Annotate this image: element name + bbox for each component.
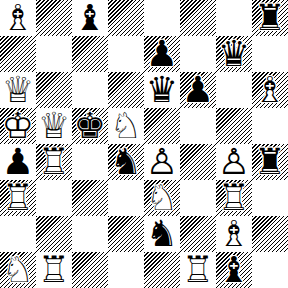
square-g1[interactable]: ♝♝ (216, 252, 252, 288)
piece-black-bishop: ♝♝ (216, 252, 252, 288)
square-a3[interactable]: ♜♖ (0, 180, 36, 216)
piece-black-king: ♚♚ (72, 108, 108, 144)
square-c2[interactable] (72, 216, 108, 252)
square-a8[interactable]: ♝♗ (0, 0, 36, 36)
white-knight-icon: ♘ (0, 252, 36, 288)
piece-black-rook: ♜♜ (252, 144, 288, 180)
black-knight-icon: ♞ (108, 144, 144, 180)
piece-backdrop: ♞ (144, 180, 180, 216)
square-a7[interactable] (0, 36, 36, 72)
piece-backdrop: ♞ (108, 144, 144, 180)
piece-white-knight: ♞♘ (144, 180, 180, 216)
square-f1[interactable]: ♜♖ (180, 252, 216, 288)
piece-backdrop: ♛ (144, 72, 180, 108)
square-c8[interactable]: ♝♝ (72, 0, 108, 36)
piece-white-rook: ♜♖ (180, 252, 216, 288)
piece-white-pawn: ♟♙ (144, 144, 180, 180)
piece-black-rook: ♜♜ (252, 0, 288, 36)
piece-black-knight: ♞♞ (144, 216, 180, 252)
white-rook-icon: ♖ (36, 252, 72, 288)
square-h5[interactable] (252, 108, 288, 144)
square-f3[interactable] (180, 180, 216, 216)
square-a1[interactable]: ♞♘ (0, 252, 36, 288)
square-d3[interactable] (108, 180, 144, 216)
square-b7[interactable] (36, 36, 72, 72)
square-c7[interactable] (72, 36, 108, 72)
black-queen-icon: ♛ (216, 36, 252, 72)
square-e2[interactable]: ♞♞ (144, 216, 180, 252)
piece-white-rook: ♜♖ (36, 252, 72, 288)
square-b3[interactable] (36, 180, 72, 216)
black-pawn-icon: ♟ (180, 72, 216, 108)
square-g8[interactable] (216, 0, 252, 36)
square-g5[interactable] (216, 108, 252, 144)
square-f8[interactable] (180, 0, 216, 36)
piece-black-pawn: ♟♟ (0, 144, 36, 180)
square-a2[interactable] (0, 216, 36, 252)
piece-backdrop: ♟ (144, 36, 180, 72)
black-pawn-icon: ♟ (0, 144, 36, 180)
white-knight-icon: ♘ (108, 108, 144, 144)
square-f4[interactable] (180, 144, 216, 180)
piece-backdrop: ♜ (36, 144, 72, 180)
black-queen-icon: ♛ (144, 72, 180, 108)
square-d6[interactable] (108, 72, 144, 108)
piece-backdrop: ♝ (72, 0, 108, 36)
square-d8[interactable] (108, 0, 144, 36)
piece-white-queen: ♛♕ (0, 72, 36, 108)
square-h3[interactable] (252, 180, 288, 216)
square-h1[interactable] (252, 252, 288, 288)
square-d4[interactable]: ♞♞ (108, 144, 144, 180)
piece-backdrop: ♟ (0, 144, 36, 180)
square-h7[interactable] (252, 36, 288, 72)
square-e1[interactable] (144, 252, 180, 288)
piece-white-bishop: ♝♗ (216, 216, 252, 252)
piece-backdrop: ♛ (36, 108, 72, 144)
piece-backdrop: ♚ (0, 108, 36, 144)
square-e8[interactable] (144, 0, 180, 36)
white-king-icon: ♔ (0, 108, 36, 144)
piece-white-king: ♚♔ (0, 108, 36, 144)
square-f5[interactable] (180, 108, 216, 144)
piece-backdrop: ♜ (252, 144, 288, 180)
piece-white-queen: ♛♕ (36, 108, 72, 144)
square-g3[interactable]: ♜♖ (216, 180, 252, 216)
square-a5[interactable]: ♚♔ (0, 108, 36, 144)
white-bishop-icon: ♗ (216, 216, 252, 252)
piece-black-queen: ♛♛ (216, 36, 252, 72)
square-b4[interactable]: ♜♖ (36, 144, 72, 180)
piece-black-queen: ♛♛ (144, 72, 180, 108)
square-e4[interactable]: ♟♙ (144, 144, 180, 180)
chess-board: ♝♗♝♝♜♜♟♟♛♛♛♕♛♛♟♟♝♗♚♔♛♕♚♚♞♘♟♟♜♖♞♞♟♙♟♙♜♜♜♖… (0, 0, 288, 288)
square-e7[interactable]: ♟♟ (144, 36, 180, 72)
square-e3[interactable]: ♞♘ (144, 180, 180, 216)
piece-backdrop: ♚ (72, 108, 108, 144)
square-e5[interactable] (144, 108, 180, 144)
piece-white-bishop: ♝♗ (252, 72, 288, 108)
square-b5[interactable]: ♛♕ (36, 108, 72, 144)
piece-white-pawn: ♟♙ (216, 144, 252, 180)
white-rook-icon: ♖ (0, 180, 36, 216)
piece-black-pawn: ♟♟ (144, 36, 180, 72)
white-pawn-icon: ♙ (216, 144, 252, 180)
piece-backdrop: ♝ (252, 72, 288, 108)
piece-backdrop: ♜ (216, 180, 252, 216)
square-h6[interactable]: ♝♗ (252, 72, 288, 108)
piece-black-pawn: ♟♟ (180, 72, 216, 108)
square-g6[interactable] (216, 72, 252, 108)
piece-backdrop: ♞ (108, 108, 144, 144)
square-d5[interactable]: ♞♘ (108, 108, 144, 144)
piece-backdrop: ♞ (0, 252, 36, 288)
square-f6[interactable]: ♟♟ (180, 72, 216, 108)
white-bishop-icon: ♗ (252, 72, 288, 108)
square-d2[interactable] (108, 216, 144, 252)
square-g7[interactable]: ♛♛ (216, 36, 252, 72)
white-queen-icon: ♕ (0, 72, 36, 108)
piece-black-bishop: ♝♝ (72, 0, 108, 36)
piece-backdrop: ♞ (144, 216, 180, 252)
piece-backdrop: ♜ (180, 252, 216, 288)
white-bishop-icon: ♗ (0, 0, 36, 36)
black-knight-icon: ♞ (144, 216, 180, 252)
white-rook-icon: ♖ (36, 144, 72, 180)
square-b6[interactable] (36, 72, 72, 108)
piece-backdrop: ♝ (216, 252, 252, 288)
piece-backdrop: ♜ (0, 180, 36, 216)
black-bishop-icon: ♝ (216, 252, 252, 288)
square-c1[interactable] (72, 252, 108, 288)
piece-backdrop: ♟ (180, 72, 216, 108)
piece-backdrop: ♜ (36, 252, 72, 288)
square-b1[interactable]: ♜♖ (36, 252, 72, 288)
square-g2[interactable]: ♝♗ (216, 216, 252, 252)
square-h2[interactable] (252, 216, 288, 252)
piece-backdrop: ♟ (144, 144, 180, 180)
black-rook-icon: ♜ (252, 0, 288, 36)
square-c4[interactable] (72, 144, 108, 180)
square-g4[interactable]: ♟♙ (216, 144, 252, 180)
square-d1[interactable] (108, 252, 144, 288)
piece-white-rook: ♜♖ (0, 180, 36, 216)
square-f7[interactable] (180, 36, 216, 72)
square-d7[interactable] (108, 36, 144, 72)
piece-backdrop: ♟ (216, 144, 252, 180)
piece-white-rook: ♜♖ (216, 180, 252, 216)
square-h8[interactable]: ♜♜ (252, 0, 288, 36)
piece-white-knight: ♞♘ (108, 108, 144, 144)
piece-black-knight: ♞♞ (108, 144, 144, 180)
square-b2[interactable] (36, 216, 72, 252)
piece-white-bishop: ♝♗ (0, 0, 36, 36)
black-king-icon: ♚ (72, 108, 108, 144)
piece-backdrop: ♜ (252, 0, 288, 36)
white-rook-icon: ♖ (180, 252, 216, 288)
black-pawn-icon: ♟ (144, 36, 180, 72)
piece-white-knight: ♞♘ (0, 252, 36, 288)
white-pawn-icon: ♙ (144, 144, 180, 180)
piece-backdrop: ♝ (216, 216, 252, 252)
square-f2[interactable] (180, 216, 216, 252)
piece-white-rook: ♜♖ (36, 144, 72, 180)
square-c6[interactable] (72, 72, 108, 108)
white-knight-icon: ♘ (144, 180, 180, 216)
white-rook-icon: ♖ (216, 180, 252, 216)
square-a6[interactable]: ♛♕ (0, 72, 36, 108)
piece-backdrop: ♛ (0, 72, 36, 108)
black-bishop-icon: ♝ (72, 0, 108, 36)
white-queen-icon: ♕ (36, 108, 72, 144)
square-c5[interactable]: ♚♚ (72, 108, 108, 144)
piece-backdrop: ♛ (216, 36, 252, 72)
square-h4[interactable]: ♜♜ (252, 144, 288, 180)
square-e6[interactable]: ♛♛ (144, 72, 180, 108)
square-c3[interactable] (72, 180, 108, 216)
black-rook-icon: ♜ (252, 144, 288, 180)
piece-backdrop: ♝ (0, 0, 36, 36)
square-a4[interactable]: ♟♟ (0, 144, 36, 180)
square-b8[interactable] (36, 0, 72, 36)
